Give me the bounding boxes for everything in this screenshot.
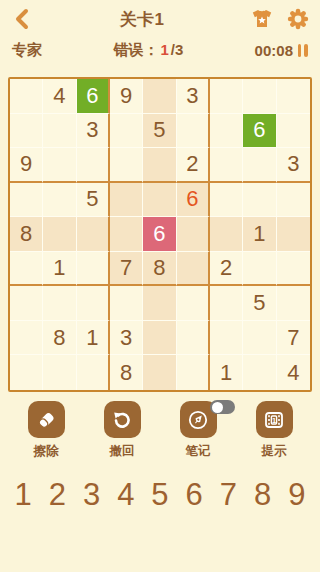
- cell-r1c5[interactable]: [143, 79, 176, 114]
- cell-r9c1[interactable]: [10, 355, 43, 390]
- cell-r8c1[interactable]: [10, 321, 43, 356]
- hint-film-icon: 1: [263, 409, 285, 431]
- cell-r9c3[interactable]: [77, 355, 110, 390]
- cell-r8c5[interactable]: [143, 321, 176, 356]
- cell-r5c2[interactable]: [43, 217, 76, 252]
- cell-r6c4[interactable]: 7: [110, 252, 143, 287]
- notes-toggle[interactable]: [210, 400, 235, 414]
- cell-r2c9[interactable]: [277, 114, 310, 149]
- numpad-6[interactable]: 6: [179, 476, 209, 514]
- cell-r1c6[interactable]: 3: [177, 79, 210, 114]
- cell-r4c8[interactable]: [243, 183, 276, 218]
- cell-r6c9[interactable]: [277, 252, 310, 287]
- cell-r7c6[interactable]: [177, 286, 210, 321]
- cell-r9c8[interactable]: [243, 355, 276, 390]
- cell-r8c6[interactable]: [177, 321, 210, 356]
- cell-r9c6[interactable]: [177, 355, 210, 390]
- theme-button[interactable]: [250, 7, 274, 31]
- cell-r4c7[interactable]: [210, 183, 243, 218]
- cell-r6c7[interactable]: 2: [210, 252, 243, 287]
- cell-r5c1[interactable]: 8: [10, 217, 43, 252]
- svg-text:1: 1: [272, 416, 276, 425]
- cell-r2c7[interactable]: [210, 114, 243, 149]
- toggle-knob: [212, 402, 223, 413]
- cell-r1c4[interactable]: 9: [110, 79, 143, 114]
- numpad-7[interactable]: 7: [213, 476, 243, 514]
- cell-r3c3[interactable]: [77, 148, 110, 183]
- cell-r1c2[interactable]: 4: [43, 79, 76, 114]
- cell-r5c9[interactable]: [277, 217, 310, 252]
- cell-r3c5[interactable]: [143, 148, 176, 183]
- cell-r9c2[interactable]: [43, 355, 76, 390]
- cell-r3c2[interactable]: [43, 148, 76, 183]
- cell-r1c7[interactable]: [210, 79, 243, 114]
- cell-r3c6[interactable]: 2: [177, 148, 210, 183]
- cell-r8c4[interactable]: 3: [110, 321, 143, 356]
- number-pad: 1 2 3 4 5 6 7 8 9: [0, 476, 320, 514]
- erase-label: 擦除: [34, 443, 59, 460]
- cell-r6c2[interactable]: 1: [43, 252, 76, 287]
- cell-r2c6[interactable]: [177, 114, 210, 149]
- cell-r8c2[interactable]: 8: [43, 321, 76, 356]
- cell-r4c4[interactable]: [110, 183, 143, 218]
- tshirt-star-icon: [250, 7, 274, 31]
- difficulty-label: 专家: [12, 41, 42, 60]
- cell-r1c9[interactable]: [277, 79, 310, 114]
- error-label: 错误：: [113, 41, 158, 60]
- erase-button[interactable]: [28, 401, 65, 438]
- error-counter: 错误： 1 /3: [113, 41, 183, 60]
- cell-r7c3[interactable]: [77, 286, 110, 321]
- cell-r5c4[interactable]: [110, 217, 143, 252]
- cell-r6c6[interactable]: [177, 252, 210, 287]
- undo-icon: [111, 409, 133, 431]
- cell-r8c9[interactable]: 7: [277, 321, 310, 356]
- cell-r3c7[interactable]: [210, 148, 243, 183]
- sudoku-board: 469335692356861178258137814: [8, 77, 312, 392]
- cell-r4c5[interactable]: [143, 183, 176, 218]
- cell-r8c7[interactable]: [210, 321, 243, 356]
- hint-label: 提示: [262, 443, 287, 460]
- timer-value: 00:08: [255, 42, 293, 59]
- cell-r8c8[interactable]: [243, 321, 276, 356]
- status-row: 专家 错误： 1 /3 00:08: [0, 36, 320, 64]
- cell-r7c7[interactable]: [210, 286, 243, 321]
- cell-r2c2[interactable]: [43, 114, 76, 149]
- cell-r7c4[interactable]: [110, 286, 143, 321]
- cell-r5c8[interactable]: 1: [243, 217, 276, 252]
- page-title: 关卡1: [34, 8, 250, 31]
- cell-r1c1[interactable]: [10, 79, 43, 114]
- eraser-icon: [35, 409, 57, 431]
- cell-r1c3[interactable]: 6: [77, 79, 110, 114]
- erase-tool: 擦除: [16, 401, 76, 460]
- error-total: /3: [171, 41, 184, 60]
- numpad-9[interactable]: 9: [282, 476, 312, 514]
- notes-label: 笔记: [186, 443, 211, 460]
- cell-r7c9[interactable]: [277, 286, 310, 321]
- cell-r6c8[interactable]: [243, 252, 276, 287]
- cell-r2c1[interactable]: [10, 114, 43, 149]
- cell-r2c5[interactable]: 5: [143, 114, 176, 149]
- numpad-1[interactable]: 1: [8, 476, 38, 514]
- numpad-4[interactable]: 4: [111, 476, 141, 514]
- cell-r6c3[interactable]: [77, 252, 110, 287]
- cell-r6c1[interactable]: [10, 252, 43, 287]
- cell-r3c9[interactable]: 3: [277, 148, 310, 183]
- hint-button[interactable]: 1: [256, 401, 293, 438]
- cell-r5c6[interactable]: [177, 217, 210, 252]
- toolbar: 擦除 撤回 笔记: [0, 401, 320, 460]
- cell-r3c4[interactable]: [110, 148, 143, 183]
- cell-r6c5[interactable]: 8: [143, 252, 176, 287]
- undo-button[interactable]: [104, 401, 141, 438]
- cell-r9c4[interactable]: 8: [110, 355, 143, 390]
- cell-r2c8[interactable]: 6: [243, 114, 276, 149]
- cell-r9c9[interactable]: 4: [277, 355, 310, 390]
- cell-r4c1[interactable]: [10, 183, 43, 218]
- cell-r5c7[interactable]: [210, 217, 243, 252]
- cell-r4c6[interactable]: 6: [177, 183, 210, 218]
- cell-r3c1[interactable]: 9: [10, 148, 43, 183]
- cell-r2c4[interactable]: [110, 114, 143, 149]
- cell-r7c2[interactable]: [43, 286, 76, 321]
- undo-label: 撤回: [110, 443, 135, 460]
- cell-r7c8[interactable]: 5: [243, 286, 276, 321]
- cell-r1c8[interactable]: [243, 79, 276, 114]
- numpad-3[interactable]: 3: [77, 476, 107, 514]
- cell-r7c1[interactable]: [10, 286, 43, 321]
- cell-r4c9[interactable]: [277, 183, 310, 218]
- gear-icon: [286, 7, 310, 31]
- cell-r4c2[interactable]: [43, 183, 76, 218]
- error-current: 1: [160, 41, 168, 60]
- back-button[interactable]: [10, 7, 34, 31]
- header-icons: [250, 7, 310, 31]
- pen-icon: [187, 409, 209, 431]
- cell-r5c3[interactable]: [77, 217, 110, 252]
- cell-r9c5[interactable]: [143, 355, 176, 390]
- cell-r4c3[interactable]: 5: [77, 183, 110, 218]
- cell-r3c8[interactable]: [243, 148, 276, 183]
- numpad-2[interactable]: 2: [42, 476, 72, 514]
- back-chevron-icon: [12, 8, 32, 30]
- hint-tool: 1 提示: [244, 401, 304, 460]
- undo-tool: 撤回: [92, 401, 152, 460]
- sudoku-app: 关卡1: [0, 0, 320, 572]
- cell-r9c7[interactable]: 1: [210, 355, 243, 390]
- timer-wrap: 00:08: [255, 42, 308, 59]
- cell-r2c3[interactable]: 3: [77, 114, 110, 149]
- cell-r7c5[interactable]: [143, 286, 176, 321]
- pause-icon[interactable]: [298, 44, 308, 57]
- numpad-8[interactable]: 8: [248, 476, 278, 514]
- notes-tool: 笔记: [168, 401, 228, 460]
- cell-r5c5[interactable]: 6: [143, 217, 176, 252]
- settings-button[interactable]: [286, 7, 310, 31]
- numpad-5[interactable]: 5: [145, 476, 175, 514]
- header: 关卡1: [0, 0, 320, 36]
- cell-r8c3[interactable]: 1: [77, 321, 110, 356]
